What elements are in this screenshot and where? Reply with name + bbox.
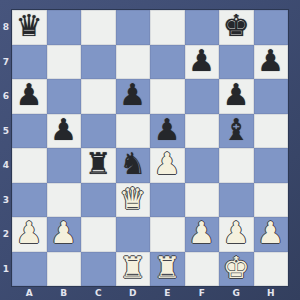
square-e4[interactable]: ♟ [150, 148, 185, 183]
square-a5[interactable] [12, 114, 47, 149]
black-pawn[interactable]: ♟ [50, 115, 77, 145]
file-label-b: B [47, 286, 82, 300]
file-label-e: E [150, 286, 185, 300]
square-b2[interactable]: ♟ [47, 217, 82, 252]
white-queen[interactable]: ♛ [119, 184, 146, 214]
rank-label-6: 6 [0, 79, 12, 114]
square-a8[interactable]: ♛ [12, 10, 47, 45]
square-f2[interactable]: ♟ [185, 217, 220, 252]
square-b7[interactable] [47, 45, 82, 80]
black-rook[interactable]: ♜ [85, 149, 112, 179]
square-d5[interactable] [116, 114, 151, 149]
square-h8[interactable] [254, 10, 289, 45]
square-c2[interactable] [81, 217, 116, 252]
rank-label-8: 8 [0, 10, 12, 45]
square-d8[interactable] [116, 10, 151, 45]
square-d7[interactable] [116, 45, 151, 80]
white-pawn[interactable]: ♟ [223, 218, 250, 248]
square-g6[interactable]: ♟ [219, 79, 254, 114]
square-f8[interactable] [185, 10, 220, 45]
white-rook[interactable]: ♜ [119, 253, 146, 283]
square-h4[interactable] [254, 148, 289, 183]
square-g3[interactable] [219, 183, 254, 218]
square-c4[interactable]: ♜ [81, 148, 116, 183]
square-d6[interactable]: ♟ [116, 79, 151, 114]
square-g8[interactable]: ♚ [219, 10, 254, 45]
square-h7[interactable]: ♟ [254, 45, 289, 80]
white-pawn[interactable]: ♟ [154, 149, 181, 179]
square-f5[interactable] [185, 114, 220, 149]
white-pawn[interactable]: ♟ [188, 218, 215, 248]
chess-board-frame: 87654321 ♛♚♟♟♟♟♟♟♟♝♜♞♟♛♟♟♟♟♟♜♜♚ ABCDEFGH [0, 0, 300, 300]
square-b4[interactable] [47, 148, 82, 183]
file-label-f: F [185, 286, 220, 300]
rank-label-5: 5 [0, 114, 12, 149]
square-e3[interactable] [150, 183, 185, 218]
rank-label-3: 3 [0, 183, 12, 218]
square-f4[interactable] [185, 148, 220, 183]
square-b8[interactable] [47, 10, 82, 45]
square-a1[interactable] [12, 252, 47, 287]
square-h1[interactable] [254, 252, 289, 287]
rank-label-4: 4 [0, 148, 12, 183]
white-pawn[interactable]: ♟ [257, 218, 284, 248]
square-b5[interactable]: ♟ [47, 114, 82, 149]
square-f3[interactable] [185, 183, 220, 218]
black-pawn[interactable]: ♟ [119, 80, 146, 110]
square-b6[interactable] [47, 79, 82, 114]
square-d2[interactable] [116, 217, 151, 252]
file-label-g: G [219, 286, 254, 300]
square-d1[interactable]: ♜ [116, 252, 151, 287]
square-g7[interactable] [219, 45, 254, 80]
white-rook[interactable]: ♜ [154, 253, 181, 283]
square-a6[interactable]: ♟ [12, 79, 47, 114]
black-knight[interactable]: ♞ [119, 149, 146, 179]
square-d4[interactable]: ♞ [116, 148, 151, 183]
square-e6[interactable] [150, 79, 185, 114]
square-g5[interactable]: ♝ [219, 114, 254, 149]
square-c3[interactable] [81, 183, 116, 218]
square-c5[interactable] [81, 114, 116, 149]
black-queen[interactable]: ♛ [16, 11, 43, 41]
square-e5[interactable]: ♟ [150, 114, 185, 149]
square-f6[interactable] [185, 79, 220, 114]
square-e2[interactable] [150, 217, 185, 252]
square-h6[interactable] [254, 79, 289, 114]
rank-label-2: 2 [0, 217, 12, 252]
square-g4[interactable] [219, 148, 254, 183]
black-pawn[interactable]: ♟ [154, 115, 181, 145]
square-a3[interactable] [12, 183, 47, 218]
square-a2[interactable]: ♟ [12, 217, 47, 252]
file-label-a: A [12, 286, 47, 300]
square-g2[interactable]: ♟ [219, 217, 254, 252]
square-e1[interactable]: ♜ [150, 252, 185, 287]
white-pawn[interactable]: ♟ [16, 218, 43, 248]
square-g1[interactable]: ♚ [219, 252, 254, 287]
square-f1[interactable] [185, 252, 220, 287]
square-b3[interactable] [47, 183, 82, 218]
black-king[interactable]: ♚ [223, 11, 250, 41]
file-label-h: H [254, 286, 289, 300]
square-h3[interactable] [254, 183, 289, 218]
chess-board: ♛♚♟♟♟♟♟♟♟♝♜♞♟♛♟♟♟♟♟♜♜♚ [12, 10, 288, 286]
black-pawn[interactable]: ♟ [16, 80, 43, 110]
square-e7[interactable] [150, 45, 185, 80]
square-c7[interactable] [81, 45, 116, 80]
file-label-d: D [116, 286, 151, 300]
square-c1[interactable] [81, 252, 116, 287]
rank-label-7: 7 [0, 45, 12, 80]
square-c8[interactable] [81, 10, 116, 45]
file-labels: ABCDEFGH [12, 286, 288, 300]
rank-labels: 87654321 [0, 10, 12, 286]
square-c6[interactable] [81, 79, 116, 114]
white-king[interactable]: ♚ [223, 253, 250, 283]
square-d3[interactable]: ♛ [116, 183, 151, 218]
white-pawn[interactable]: ♟ [50, 218, 77, 248]
rank-label-1: 1 [0, 252, 12, 287]
square-e8[interactable] [150, 10, 185, 45]
square-a4[interactable] [12, 148, 47, 183]
square-h5[interactable] [254, 114, 289, 149]
black-bishop[interactable]: ♝ [223, 115, 250, 145]
file-label-c: C [81, 286, 116, 300]
square-f7[interactable]: ♟ [185, 45, 220, 80]
black-pawn[interactable]: ♟ [188, 46, 215, 76]
square-h2[interactable]: ♟ [254, 217, 289, 252]
black-pawn[interactable]: ♟ [223, 80, 250, 110]
black-pawn[interactable]: ♟ [257, 46, 284, 76]
square-a7[interactable] [12, 45, 47, 80]
square-b1[interactable] [47, 252, 82, 287]
